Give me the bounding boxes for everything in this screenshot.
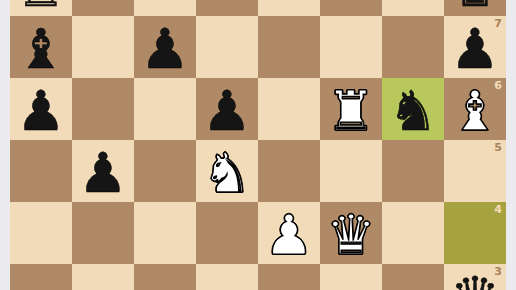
black-king[interactable]: ♚ [450, 0, 499, 15]
square-h8[interactable]: ♚ [444, 0, 506, 16]
square-g6[interactable]: ♞ [382, 78, 444, 140]
black-bishop[interactable]: ♝ [16, 22, 65, 77]
square-c6[interactable] [134, 78, 196, 140]
square-f4[interactable]: ♛ [320, 202, 382, 264]
square-f6[interactable]: ♜ [320, 78, 382, 140]
square-c7[interactable]: ♟ [134, 16, 196, 78]
black-knight[interactable]: ♞ [388, 84, 437, 139]
white-queen[interactable]: ♛ [326, 208, 375, 263]
square-g4[interactable] [382, 202, 444, 264]
black-rook[interactable]: ♜ [16, 0, 65, 15]
square-h3[interactable]: 3♛ [444, 264, 506, 290]
square-b7[interactable] [72, 16, 134, 78]
square-a7[interactable]: ♝ [10, 16, 72, 78]
square-c8[interactable] [134, 0, 196, 16]
black-pawn[interactable]: ♟ [202, 84, 251, 139]
square-e6[interactable] [258, 78, 320, 140]
square-e3[interactable] [258, 264, 320, 290]
square-f3[interactable] [320, 264, 382, 290]
square-e5[interactable] [258, 140, 320, 202]
square-f7[interactable] [320, 16, 382, 78]
white-knight[interactable]: ♞ [202, 146, 251, 201]
square-b5[interactable]: ♟ [72, 140, 134, 202]
square-g7[interactable] [382, 16, 444, 78]
square-c3[interactable] [134, 264, 196, 290]
square-g5[interactable] [382, 140, 444, 202]
black-pawn[interactable]: ♟ [16, 84, 65, 139]
square-c5[interactable] [134, 140, 196, 202]
square-a3[interactable] [10, 264, 72, 290]
square-h4[interactable]: 4 [444, 202, 506, 264]
black-pawn[interactable]: ♟ [140, 22, 189, 77]
white-bishop[interactable]: ♝ [450, 84, 499, 139]
square-d6[interactable]: ♟ [196, 78, 258, 140]
square-d4[interactable] [196, 202, 258, 264]
square-d3[interactable] [196, 264, 258, 290]
square-d7[interactable] [196, 16, 258, 78]
chess-app-screen: ♜♚♝♟7♟♟♟♜♞6♝♟♞5♟♛43♛ [0, 0, 516, 290]
white-pawn[interactable]: ♟ [264, 208, 313, 263]
square-b4[interactable] [72, 202, 134, 264]
square-a8[interactable]: ♜ [10, 0, 72, 16]
square-h6[interactable]: 6♝ [444, 78, 506, 140]
square-f5[interactable] [320, 140, 382, 202]
rank-label-4: 4 [494, 204, 502, 215]
rank-label-5: 5 [494, 142, 502, 153]
square-a6[interactable]: ♟ [10, 78, 72, 140]
square-g3[interactable] [382, 264, 444, 290]
white-rook[interactable]: ♜ [326, 84, 375, 139]
square-c4[interactable] [134, 202, 196, 264]
square-h5[interactable]: 5 [444, 140, 506, 202]
square-e8[interactable] [258, 0, 320, 16]
square-b6[interactable] [72, 78, 134, 140]
chess-board: ♜♚♝♟7♟♟♟♜♞6♝♟♞5♟♛43♛ [10, 0, 506, 290]
black-queen[interactable]: ♛ [450, 270, 499, 290]
square-e4[interactable]: ♟ [258, 202, 320, 264]
square-d8[interactable] [196, 0, 258, 16]
square-f8[interactable] [320, 0, 382, 16]
square-g8[interactable] [382, 0, 444, 16]
square-b3[interactable] [72, 264, 134, 290]
square-h7[interactable]: 7♟ [444, 16, 506, 78]
black-pawn[interactable]: ♟ [78, 146, 127, 201]
black-pawn[interactable]: ♟ [450, 22, 499, 77]
square-d5[interactable]: ♞ [196, 140, 258, 202]
square-e7[interactable] [258, 16, 320, 78]
square-b8[interactable] [72, 0, 134, 16]
square-a4[interactable] [10, 202, 72, 264]
square-a5[interactable] [10, 140, 72, 202]
